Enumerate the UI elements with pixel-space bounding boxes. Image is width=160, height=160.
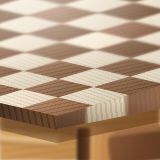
table-slot-gap — [77, 128, 90, 160]
chessboard-photo-scene — [0, 0, 160, 160]
